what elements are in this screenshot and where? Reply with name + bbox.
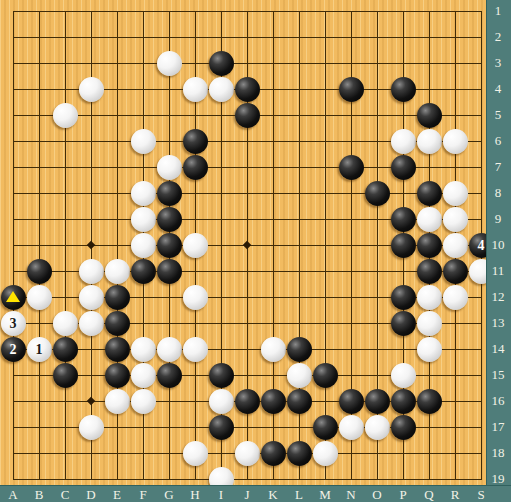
- stone-white: [105, 259, 130, 284]
- row-label: 11: [487, 263, 509, 279]
- row-label: 1: [487, 3, 509, 19]
- stone-black: [391, 285, 416, 310]
- stone-black: [105, 363, 130, 388]
- stone-white: [443, 207, 468, 232]
- stone-white: [157, 337, 182, 362]
- stone-black: [391, 207, 416, 232]
- stone-black: [365, 389, 390, 414]
- move-number-label: 1: [27, 337, 52, 362]
- stone-black: [417, 389, 442, 414]
- grid-line-vertical: [325, 11, 326, 480]
- triangle-marker: [6, 291, 20, 302]
- stone-white: [53, 311, 78, 336]
- row-label: 19: [487, 471, 509, 487]
- star-point: [87, 241, 95, 249]
- row-label: 8: [487, 185, 509, 201]
- stone-black: [287, 441, 312, 466]
- row-label: 15: [487, 367, 509, 383]
- stone-white: [131, 337, 156, 362]
- column-label: K: [264, 487, 282, 502]
- row-label: 6: [487, 133, 509, 149]
- stone-black: [157, 363, 182, 388]
- column-label: I: [212, 487, 230, 502]
- stone-white: [235, 441, 260, 466]
- stone-black: [183, 129, 208, 154]
- stone-black: [365, 181, 390, 206]
- move-number-label: 2: [1, 337, 26, 362]
- stone-black: [287, 337, 312, 362]
- stone-white: [261, 337, 286, 362]
- row-label: 5: [487, 107, 509, 123]
- column-label: F: [134, 487, 152, 502]
- stone-white: [391, 129, 416, 154]
- stone-black: [105, 337, 130, 362]
- stone-white: 1: [27, 337, 52, 362]
- stone-black: [131, 259, 156, 284]
- stone-white: [443, 129, 468, 154]
- stone-black: [391, 389, 416, 414]
- stone-white: [417, 311, 442, 336]
- stone-black: [53, 363, 78, 388]
- column-label: O: [368, 487, 386, 502]
- stone-black: [391, 415, 416, 440]
- row-label: 13: [487, 315, 509, 331]
- stone-black: [261, 441, 286, 466]
- stone-white: [417, 337, 442, 362]
- stone-black: [391, 311, 416, 336]
- stone-white: [417, 129, 442, 154]
- stone-black: [27, 259, 52, 284]
- column-label: J: [238, 487, 256, 502]
- move-number-label: 3: [1, 311, 26, 336]
- stone-white: [131, 389, 156, 414]
- stone-black: [1, 285, 26, 310]
- stone-black: [339, 77, 364, 102]
- stone-black: [417, 259, 442, 284]
- column-label: A: [4, 487, 22, 502]
- star-point: [87, 397, 95, 405]
- stone-white: [417, 285, 442, 310]
- grid-line-horizontal: [13, 479, 482, 480]
- stone-black: [209, 363, 234, 388]
- stone-white: [313, 441, 338, 466]
- column-label: H: [186, 487, 204, 502]
- row-label: 7: [487, 159, 509, 175]
- stone-black: [235, 389, 260, 414]
- stone-white: [183, 441, 208, 466]
- stone-black: [183, 155, 208, 180]
- column-label: P: [394, 487, 412, 502]
- stone-black: [287, 389, 312, 414]
- row-label: 9: [487, 211, 509, 227]
- stone-white: [209, 77, 234, 102]
- stone-black: [417, 103, 442, 128]
- column-label: B: [30, 487, 48, 502]
- stone-white: [105, 389, 130, 414]
- stone-white: [365, 415, 390, 440]
- row-label: 10: [487, 237, 509, 253]
- stone-white: [79, 77, 104, 102]
- column-label: R: [446, 487, 464, 502]
- stone-black: [157, 207, 182, 232]
- row-label: 2: [487, 29, 509, 45]
- stone-white: [79, 285, 104, 310]
- stone-white: [79, 311, 104, 336]
- stone-white: [131, 207, 156, 232]
- stone-black: [417, 233, 442, 258]
- stone-black: [157, 259, 182, 284]
- stone-black: [339, 155, 364, 180]
- stone-black: [157, 233, 182, 258]
- stone-white: [209, 389, 234, 414]
- stone-black: [157, 181, 182, 206]
- row-label: 3: [487, 55, 509, 71]
- stone-white: [131, 129, 156, 154]
- stone-white: [417, 207, 442, 232]
- column-label: L: [290, 487, 308, 502]
- stone-black: [417, 181, 442, 206]
- stone-black: [105, 285, 130, 310]
- stone-white: [79, 259, 104, 284]
- stone-black: [235, 103, 260, 128]
- stone-white: [287, 363, 312, 388]
- stone-white: [443, 233, 468, 258]
- stone-white: [157, 155, 182, 180]
- stone-white: [183, 285, 208, 310]
- row-label: 16: [487, 393, 509, 409]
- stone-black: [443, 259, 468, 284]
- stone-white: [131, 181, 156, 206]
- stone-black: [105, 311, 130, 336]
- stone-white: 3: [1, 311, 26, 336]
- stone-black: [391, 233, 416, 258]
- stone-white: [131, 363, 156, 388]
- stone-white: [183, 233, 208, 258]
- column-label: S: [472, 487, 490, 502]
- stone-white: [443, 181, 468, 206]
- column-label: D: [82, 487, 100, 502]
- stone-white: [131, 233, 156, 258]
- stone-white: [339, 415, 364, 440]
- stone-black: 2: [1, 337, 26, 362]
- stone-black: [209, 415, 234, 440]
- column-label: C: [56, 487, 74, 502]
- row-label: 18: [487, 445, 509, 461]
- column-label: G: [160, 487, 178, 502]
- row-label: 17: [487, 419, 509, 435]
- column-label: Q: [420, 487, 438, 502]
- go-board-screen: 4321 12345678910111213141516171819ABCDEF…: [0, 0, 511, 502]
- stone-white: [79, 415, 104, 440]
- row-label: 4: [487, 81, 509, 97]
- stone-black: [53, 337, 78, 362]
- stone-black: [391, 155, 416, 180]
- stone-white: [183, 337, 208, 362]
- stone-black: [339, 389, 364, 414]
- stone-black: [391, 77, 416, 102]
- stone-black: [261, 389, 286, 414]
- stone-white: [443, 285, 468, 310]
- stone-white: [183, 77, 208, 102]
- column-label: N: [342, 487, 360, 502]
- stone-black: [209, 51, 234, 76]
- grid-line-horizontal: [13, 349, 482, 350]
- column-label: E: [108, 487, 126, 502]
- row-label: 12: [487, 289, 509, 305]
- stone-black: [313, 415, 338, 440]
- stone-black: [235, 77, 260, 102]
- stone-black: [313, 363, 338, 388]
- stone-white: [157, 51, 182, 76]
- stone-white: [27, 285, 52, 310]
- column-label: M: [316, 487, 334, 502]
- row-label: 14: [487, 341, 509, 357]
- star-point: [243, 241, 251, 249]
- stone-white: [53, 103, 78, 128]
- stone-white: [391, 363, 416, 388]
